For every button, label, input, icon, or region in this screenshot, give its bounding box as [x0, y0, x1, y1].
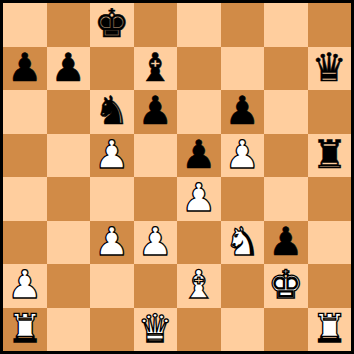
square-e2[interactable]: ♝ [177, 264, 221, 308]
square-h3[interactable] [308, 221, 352, 265]
square-f6[interactable]: ♟ [221, 90, 265, 134]
white-pawn-icon: ♟ [181, 178, 216, 217]
square-a1[interactable]: ♜ [3, 308, 47, 352]
square-e3[interactable] [177, 221, 221, 265]
square-h8[interactable] [308, 3, 352, 47]
black-pawn-icon: ♟ [268, 222, 303, 261]
square-b3[interactable] [47, 221, 91, 265]
square-a3[interactable] [3, 221, 47, 265]
square-f2[interactable] [221, 264, 265, 308]
square-b5[interactable] [47, 134, 91, 178]
square-c8[interactable]: ♚ [90, 3, 134, 47]
square-f5[interactable]: ♟ [221, 134, 265, 178]
square-e4[interactable]: ♟ [177, 177, 221, 221]
white-rook-icon: ♜ [312, 309, 347, 348]
black-pawn-icon: ♟ [51, 48, 86, 87]
white-pawn-icon: ♟ [7, 265, 42, 304]
square-d3[interactable]: ♟ [134, 221, 178, 265]
white-pawn-icon: ♟ [225, 135, 260, 174]
black-rook-icon: ♜ [312, 135, 347, 174]
black-queen-icon: ♛ [312, 48, 347, 87]
white-knight-icon: ♞ [225, 222, 260, 261]
square-c7[interactable] [90, 47, 134, 91]
square-b2[interactable] [47, 264, 91, 308]
square-b7[interactable]: ♟ [47, 47, 91, 91]
square-b1[interactable] [47, 308, 91, 352]
square-c6[interactable]: ♞ [90, 90, 134, 134]
square-e5[interactable]: ♟ [177, 134, 221, 178]
black-pawn-icon: ♟ [225, 91, 260, 130]
square-a2[interactable]: ♟ [3, 264, 47, 308]
square-h1[interactable]: ♜ [308, 308, 352, 352]
square-c2[interactable] [90, 264, 134, 308]
square-h4[interactable] [308, 177, 352, 221]
square-f7[interactable] [221, 47, 265, 91]
square-c5[interactable]: ♟ [90, 134, 134, 178]
square-d1[interactable]: ♛ [134, 308, 178, 352]
square-g2[interactable]: ♚ [264, 264, 308, 308]
square-e6[interactable] [177, 90, 221, 134]
square-a4[interactable] [3, 177, 47, 221]
square-d2[interactable] [134, 264, 178, 308]
square-b6[interactable] [47, 90, 91, 134]
white-pawn-icon: ♟ [94, 135, 129, 174]
square-f1[interactable] [221, 308, 265, 352]
white-queen-icon: ♛ [138, 309, 173, 348]
square-g7[interactable] [264, 47, 308, 91]
square-h2[interactable] [308, 264, 352, 308]
square-d5[interactable] [134, 134, 178, 178]
square-f8[interactable] [221, 3, 265, 47]
black-pawn-icon: ♟ [138, 91, 173, 130]
square-e7[interactable] [177, 47, 221, 91]
square-a5[interactable] [3, 134, 47, 178]
square-a6[interactable] [3, 90, 47, 134]
black-pawn-icon: ♟ [7, 48, 42, 87]
white-rook-icon: ♜ [7, 309, 42, 348]
black-knight-icon: ♞ [94, 91, 129, 130]
square-d4[interactable] [134, 177, 178, 221]
square-b8[interactable] [47, 3, 91, 47]
square-e1[interactable] [177, 308, 221, 352]
chess-board: ♚♟♟♝♛♞♟♟♟♟♟♜♟♟♟♞♟♟♝♚♜♛♜ [3, 3, 351, 351]
square-c4[interactable] [90, 177, 134, 221]
square-a7[interactable]: ♟ [3, 47, 47, 91]
square-f3[interactable]: ♞ [221, 221, 265, 265]
square-g8[interactable] [264, 3, 308, 47]
square-a8[interactable] [3, 3, 47, 47]
square-d6[interactable]: ♟ [134, 90, 178, 134]
square-g5[interactable] [264, 134, 308, 178]
square-d8[interactable] [134, 3, 178, 47]
white-pawn-icon: ♟ [94, 222, 129, 261]
square-e8[interactable] [177, 3, 221, 47]
square-h5[interactable]: ♜ [308, 134, 352, 178]
square-g4[interactable] [264, 177, 308, 221]
square-d7[interactable]: ♝ [134, 47, 178, 91]
square-c3[interactable]: ♟ [90, 221, 134, 265]
square-g6[interactable] [264, 90, 308, 134]
square-g1[interactable] [264, 308, 308, 352]
square-f4[interactable] [221, 177, 265, 221]
square-b4[interactable] [47, 177, 91, 221]
white-bishop-icon: ♝ [181, 265, 216, 304]
black-king-icon: ♚ [94, 4, 129, 43]
white-pawn-icon: ♟ [138, 222, 173, 261]
black-pawn-icon: ♟ [181, 135, 216, 174]
square-c1[interactable] [90, 308, 134, 352]
chess-board-frame: ♚♟♟♝♛♞♟♟♟♟♟♜♟♟♟♞♟♟♝♚♜♛♜ [0, 0, 354, 354]
white-king-icon: ♚ [268, 265, 303, 304]
black-bishop-icon: ♝ [138, 48, 173, 87]
square-g3[interactable]: ♟ [264, 221, 308, 265]
square-h6[interactable] [308, 90, 352, 134]
square-h7[interactable]: ♛ [308, 47, 352, 91]
